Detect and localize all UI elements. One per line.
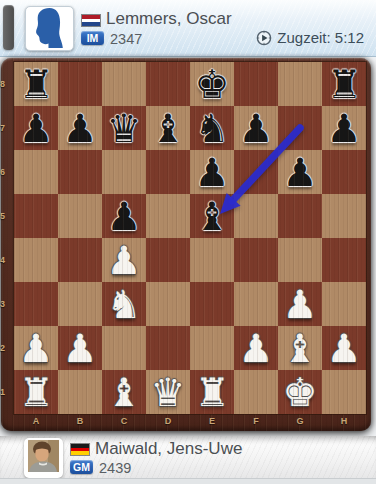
square-f4[interactable]	[234, 238, 278, 282]
silhouette-avatar-icon	[27, 7, 72, 48]
square-h3[interactable]	[322, 282, 366, 326]
move-time-indicator: Zugzeit: 5:12	[256, 29, 364, 46]
white-knight-c3[interactable]: ♞	[102, 282, 146, 326]
square-b3[interactable]	[58, 282, 102, 326]
black-rook-h8[interactable]: ♜	[322, 62, 366, 106]
square-c2[interactable]	[102, 326, 146, 370]
square-d6[interactable]	[146, 150, 190, 194]
white-king-g1[interactable]: ♚	[278, 370, 322, 414]
black-pawn-f7[interactable]: ♟	[234, 106, 278, 150]
white-rook-a1[interactable]: ♜	[14, 370, 58, 414]
clock-icon	[256, 30, 272, 46]
black-bishop-e5[interactable]: ♝	[190, 194, 234, 238]
square-g5[interactable]	[278, 194, 322, 238]
black-pawn-h7[interactable]: ♟	[322, 106, 366, 150]
square-c8[interactable]	[102, 62, 146, 106]
square-d3[interactable]	[146, 282, 190, 326]
bottom-player-name: Maiwald, Jens-Uwe	[95, 439, 242, 459]
board-area: ♜♚♜♟♟♛♝♞♟♟♟♟♟♝♟♞♟♟♟♟♝♟♜♝♛♜♚ 87654321ABCD…	[0, 57, 376, 436]
white-bishop-c1[interactable]: ♝	[102, 370, 146, 414]
square-g4[interactable]	[278, 238, 322, 282]
square-b4[interactable]	[58, 238, 102, 282]
square-d4[interactable]	[146, 238, 190, 282]
square-h4[interactable]	[322, 238, 366, 282]
player-photo	[28, 440, 59, 472]
panel-splitter-handle[interactable]	[3, 5, 14, 50]
square-d2[interactable]	[146, 326, 190, 370]
square-h5[interactable]	[322, 194, 366, 238]
square-d5[interactable]	[146, 194, 190, 238]
square-d8[interactable]	[146, 62, 190, 106]
top-player-bar: Lemmers, Oscar IM 2347 Zugzeit: 5:12	[0, 0, 376, 57]
black-pawn-a7[interactable]: ♟	[14, 106, 58, 150]
square-e3[interactable]	[190, 282, 234, 326]
white-pawn-c4[interactable]: ♟	[102, 238, 146, 282]
square-h1[interactable]	[322, 370, 366, 414]
avatar	[25, 6, 74, 51]
window-footer-strip	[0, 478, 376, 484]
square-c6[interactable]	[102, 150, 146, 194]
white-queen-d1[interactable]: ♛	[146, 370, 190, 414]
square-a4[interactable]	[14, 238, 58, 282]
white-pawn-f2[interactable]: ♟	[234, 326, 278, 370]
square-b6[interactable]	[58, 150, 102, 194]
square-a3[interactable]	[14, 282, 58, 326]
white-pawn-h2[interactable]: ♟	[322, 326, 366, 370]
black-knight-e7[interactable]: ♞	[190, 106, 234, 150]
black-king-e8[interactable]: ♚	[190, 62, 234, 106]
white-pawn-b2[interactable]: ♟	[58, 326, 102, 370]
white-pawn-a2[interactable]: ♟	[14, 326, 58, 370]
square-e4[interactable]	[190, 238, 234, 282]
black-bishop-d7[interactable]: ♝	[146, 106, 190, 150]
square-e2[interactable]	[190, 326, 234, 370]
top-player-rating: 2347	[110, 31, 142, 47]
chess-board: ♜♚♜♟♟♛♝♞♟♟♟♟♟♝♟♞♟♟♟♟♝♟♜♝♛♜♚	[14, 62, 366, 414]
square-h6[interactable]	[322, 150, 366, 194]
square-g8[interactable]	[278, 62, 322, 106]
square-f6[interactable]	[234, 150, 278, 194]
square-b8[interactable]	[58, 62, 102, 106]
black-queen-c7[interactable]: ♛	[102, 106, 146, 150]
square-f5[interactable]	[234, 194, 278, 238]
flag-germany	[70, 443, 90, 456]
square-g7[interactable]	[278, 106, 322, 150]
white-rook-e1[interactable]: ♜	[190, 370, 234, 414]
square-b1[interactable]	[58, 370, 102, 414]
white-bishop-g2[interactable]: ♝	[278, 326, 322, 370]
black-pawn-g6[interactable]: ♟	[278, 150, 322, 194]
move-time-text: Zugzeit: 5:12	[277, 29, 364, 46]
square-b5[interactable]	[58, 194, 102, 238]
photo-avatar	[24, 438, 63, 478]
black-pawn-b7[interactable]: ♟	[58, 106, 102, 150]
top-player-name: Lemmers, Oscar	[106, 9, 232, 29]
bottom-player-bar: Maiwald, Jens-Uwe GM 2439	[0, 436, 376, 478]
white-pawn-g3[interactable]: ♟	[278, 282, 322, 326]
flag-netherlands	[81, 14, 101, 27]
bottom-player-rating: 2439	[99, 460, 131, 476]
square-a5[interactable]	[14, 194, 58, 238]
bottom-player-title-badge: GM	[70, 460, 93, 474]
top-player-title-badge: IM	[81, 31, 104, 45]
square-f8[interactable]	[234, 62, 278, 106]
square-a6[interactable]	[14, 150, 58, 194]
square-f1[interactable]	[234, 370, 278, 414]
black-pawn-e6[interactable]: ♟	[190, 150, 234, 194]
square-f3[interactable]	[234, 282, 278, 326]
black-rook-a8[interactable]: ♜	[14, 62, 58, 106]
black-pawn-c5[interactable]: ♟	[102, 194, 146, 238]
chess-app-window: Lemmers, Oscar IM 2347 Zugzeit: 5:12 ♜♚♜…	[0, 0, 376, 484]
